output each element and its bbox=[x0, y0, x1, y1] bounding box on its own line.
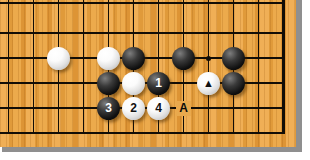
white-stone-M4 bbox=[97, 47, 120, 70]
board-drop-shadow-bottom bbox=[2, 147, 302, 152]
move-number-label: 4 bbox=[155, 102, 162, 114]
black-stone-P4 bbox=[172, 47, 195, 70]
intersection-grid: A1▲324 bbox=[0, 0, 296, 147]
black-stone-R4 bbox=[222, 47, 245, 70]
star-point-Q4 bbox=[206, 56, 211, 61]
move-number-label: 1 bbox=[155, 77, 162, 89]
white-stone-N2: 2 bbox=[122, 97, 145, 120]
white-stone-Q3: ▲ bbox=[197, 72, 220, 95]
black-stone-N4 bbox=[122, 47, 145, 70]
black-stone-R3 bbox=[222, 72, 245, 95]
go-board[interactable]: A1▲324 bbox=[0, 0, 296, 147]
white-stone-O2: 4 bbox=[147, 97, 170, 120]
go-diagram: A1▲324 bbox=[0, 0, 310, 160]
triangle-mark-icon: ▲ bbox=[203, 77, 214, 88]
move-number-label: 2 bbox=[130, 102, 137, 114]
white-stone-N3 bbox=[122, 72, 145, 95]
black-stone-M3 bbox=[97, 72, 120, 95]
black-stone-O3: 1 bbox=[147, 72, 170, 95]
point-label-P2[interactable]: A bbox=[176, 101, 191, 116]
move-number-label: 3 bbox=[105, 102, 112, 114]
board-drop-shadow-right bbox=[296, 0, 302, 152]
white-stone-K4 bbox=[47, 47, 70, 70]
black-stone-M2: 3 bbox=[97, 97, 120, 120]
